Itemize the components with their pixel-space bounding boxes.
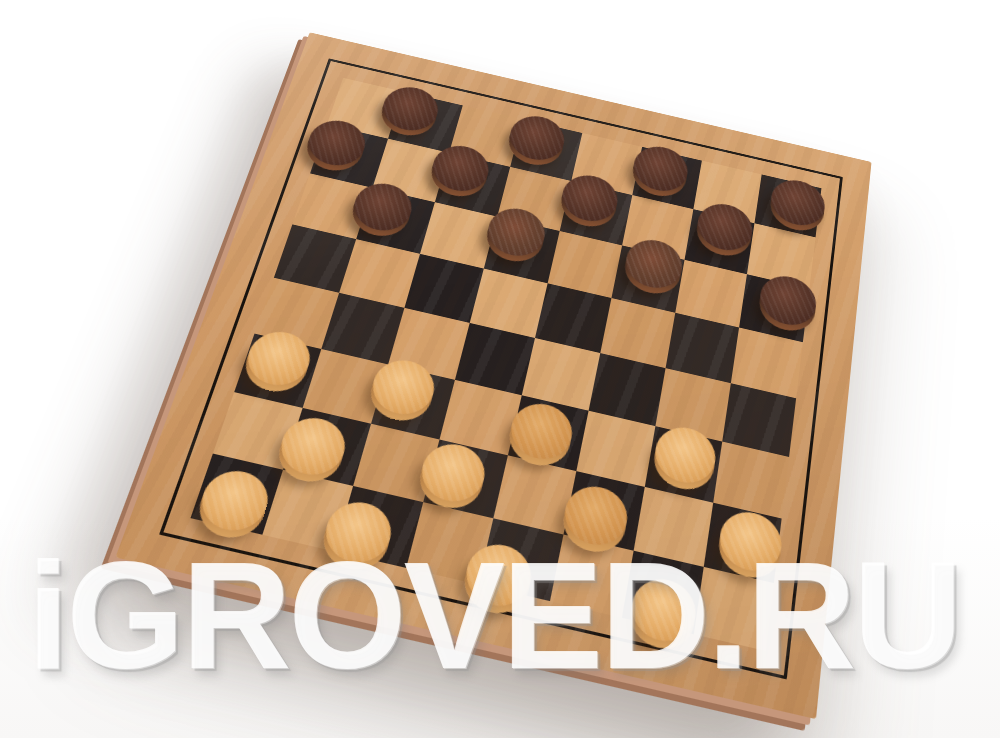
piece-dark-d1[interactable]: ⛂ [505,111,568,165]
photo-canvas: ⛂⛂⛂⛂⛂⛂⛂⛂⛂⛂⛂⛂⛀⛀⛀⛀⛀⛀⛀⛀⛀⛀⛀⛀ iGROVED.RU [0,0,1000,738]
piece-light-a8[interactable]: ⛀ [194,465,276,537]
checkers-board: ⛂⛂⛂⛂⛂⛂⛂⛂⛂⛂⛂⛂⛀⛀⛀⛀⛀⛀⛀⛀⛀⛀⛀⛀ [115,32,871,719]
piece-light-e6[interactable]: ⛀ [506,398,577,465]
board-grid: ⛂⛂⛂⛂⛂⛂⛂⛂⛂⛂⛂⛂⛀⛀⛀⛀⛀⛀⛀⛀⛀⛀⛀⛀ [190,78,821,651]
square-e8[interactable]: ⛀ [478,518,563,601]
piece-light-g8[interactable]: ⛀ [628,573,700,647]
piece-dark-f1[interactable]: ⛂ [630,142,691,196]
square-h8[interactable] [694,567,774,651]
board-wood-surface: ⛂⛂⛂⛂⛂⛂⛂⛂⛂⛂⛂⛂⛀⛀⛀⛀⛀⛀⛀⛀⛀⛀⛀⛀ [115,32,871,719]
piece-light-h7[interactable]: ⛀ [716,506,784,577]
piece-light-f7[interactable]: ⛀ [560,480,632,550]
square-g8[interactable]: ⛀ [622,551,704,635]
piece-light-e8[interactable]: ⛀ [461,539,537,613]
piece-light-d7[interactable]: ⛀ [415,438,490,507]
piece-dark-h1[interactable]: ⛂ [768,175,827,230]
